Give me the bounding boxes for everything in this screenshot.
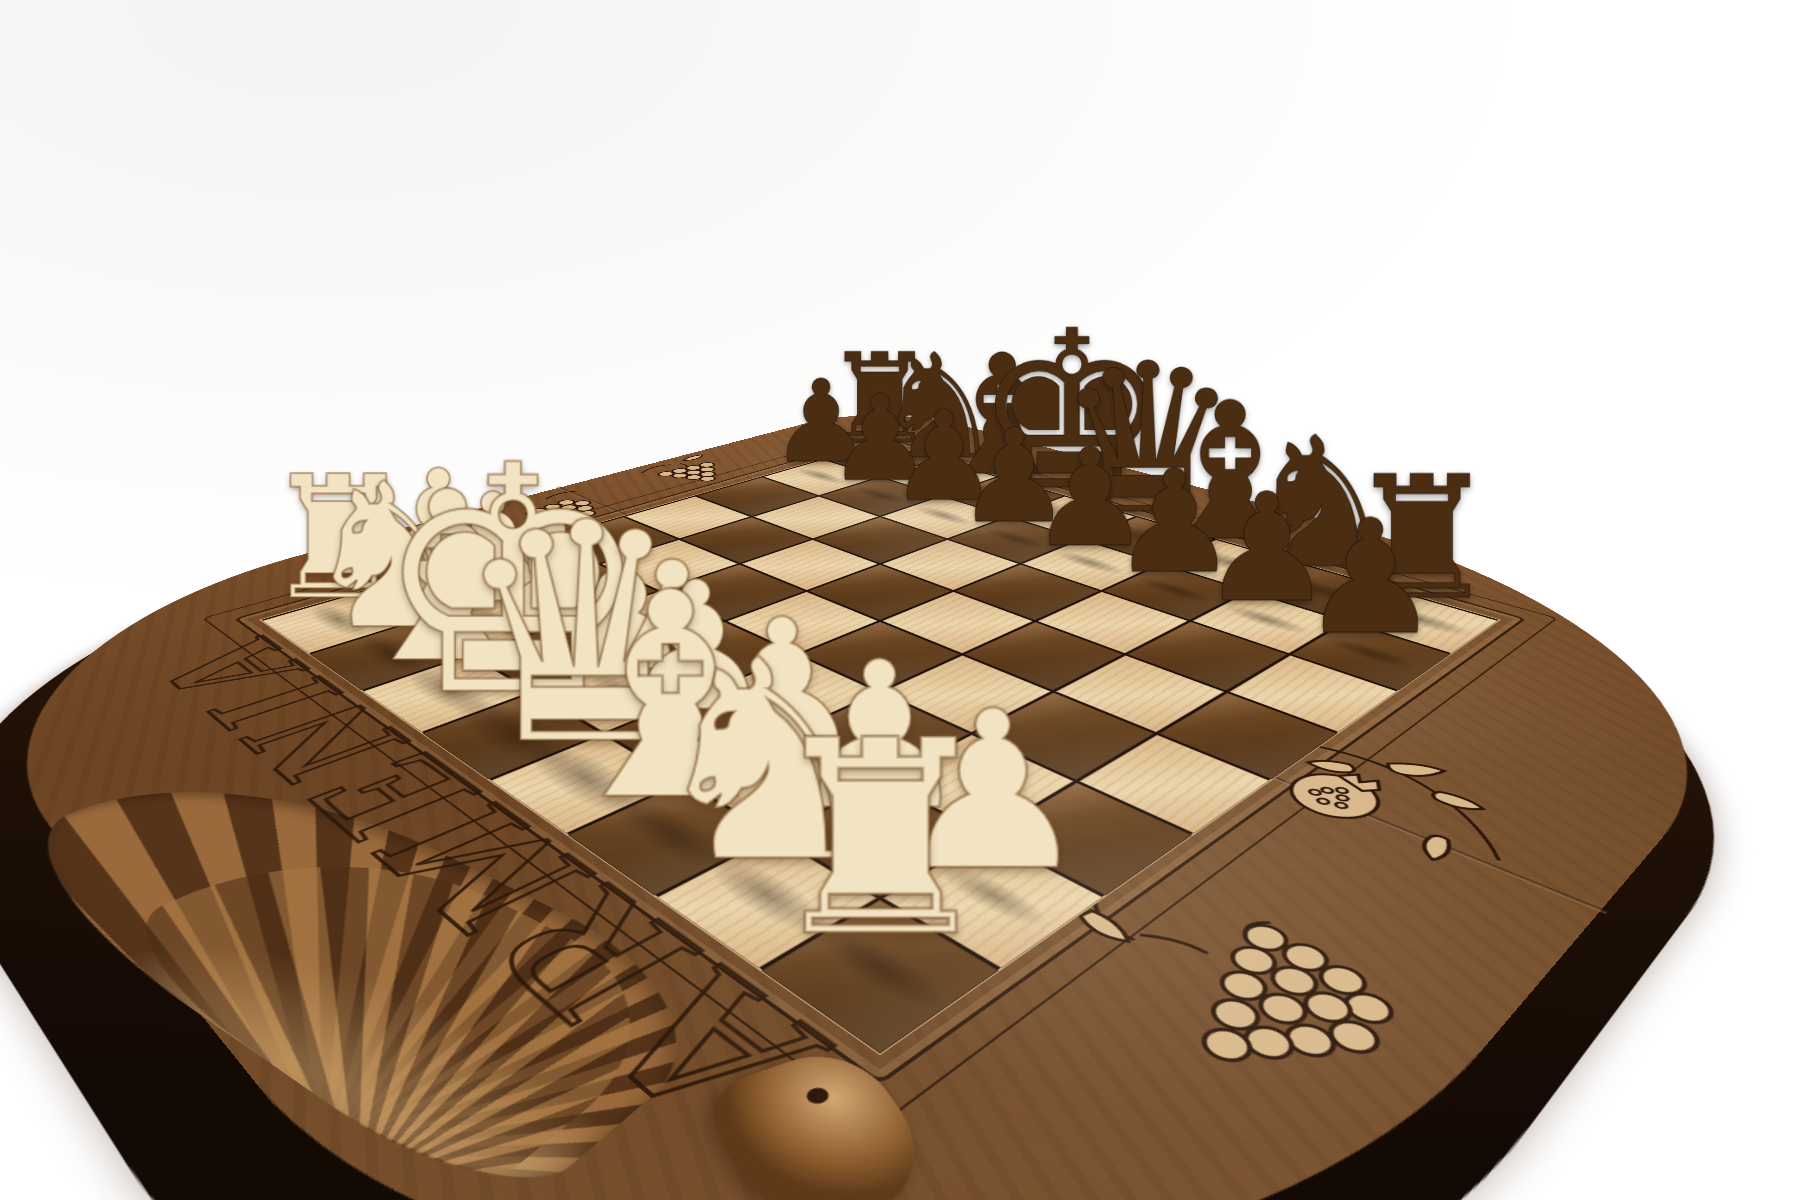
photo-stage: ARMENIA ♜♞♝♛♚♝♞♜♟♟♟♟♟♟♟♟♟♟♟♟♟♟♟♟♜♞♝♛♚♝♞♜ (0, 0, 1800, 1200)
black-pawn-glyph: ♟ (1201, 503, 1539, 653)
white-rook-glyph: ♜ (628, 713, 1133, 968)
carved-wooden-board: ARMENIA ♜♞♝♛♚♝♞♜♟♟♟♟♟♟♟♟♟♟♟♟♟♟♟♟♜♞♝♛♚♝♞♜ (0, 404, 1800, 1200)
